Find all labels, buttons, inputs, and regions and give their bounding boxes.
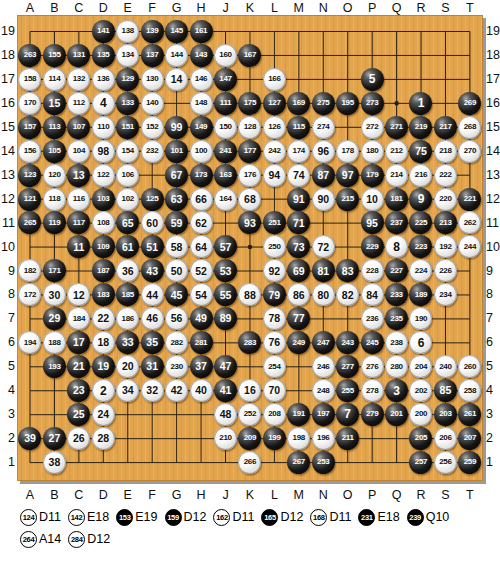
- white-stone-T14: 270: [458, 140, 481, 163]
- row-label-left-12: 12: [0, 192, 15, 207]
- white-stone-F16: 140: [141, 92, 164, 115]
- white-stone-Q14: 212: [385, 140, 408, 163]
- caption-move-168: 168: [310, 509, 327, 526]
- black-stone-J13: 163: [214, 164, 237, 187]
- black-stone-M7: 77: [287, 307, 310, 330]
- white-stone-Q10: 8: [385, 235, 408, 258]
- white-stone-P14: 180: [361, 140, 384, 163]
- white-stone-A9: 182: [18, 259, 41, 282]
- row-label-right-13: 13: [486, 168, 500, 183]
- col-label-top-R: R: [409, 1, 433, 15]
- black-stone-G15: 99: [165, 116, 188, 139]
- black-stone-C3: 25: [67, 403, 90, 426]
- white-stone-H16: 148: [190, 92, 213, 115]
- white-stone-E14: 154: [116, 140, 139, 163]
- white-stone-L17: 166: [263, 68, 286, 91]
- white-stone-H8: 54: [190, 283, 213, 306]
- black-stone-D19: 141: [92, 20, 115, 43]
- black-stone-F5: 31: [141, 355, 164, 378]
- white-stone-B1: 38: [43, 451, 66, 474]
- black-stone-T2: 207: [458, 427, 481, 450]
- white-stone-C16: 112: [67, 92, 90, 115]
- row-label-left-8: 8: [0, 287, 15, 302]
- white-stone-D17: 136: [92, 68, 115, 91]
- row-label-left-5: 5: [0, 359, 15, 374]
- black-stone-O12: 215: [336, 188, 359, 211]
- white-stone-H17: 146: [190, 68, 213, 91]
- black-stone-R8: 189: [409, 283, 432, 306]
- white-stone-D4: 2: [92, 379, 115, 402]
- white-stone-R4: 202: [409, 379, 432, 402]
- black-stone-M9: 69: [287, 259, 310, 282]
- col-label-top-P: P: [360, 1, 384, 15]
- black-stone-Q11: 237: [385, 211, 408, 234]
- white-stone-Q5: 280: [385, 355, 408, 378]
- white-stone-K12: 68: [238, 188, 261, 211]
- col-label-bottom-R: R: [409, 488, 433, 502]
- white-stone-G7: 56: [165, 307, 188, 330]
- black-stone-O2: 211: [336, 427, 359, 450]
- black-stone-A2: 39: [18, 427, 41, 450]
- row-label-left-9: 9: [0, 264, 15, 279]
- col-label-top-L: L: [262, 1, 286, 15]
- white-stone-N2: 196: [312, 427, 335, 450]
- white-stone-P7: 236: [361, 307, 384, 330]
- white-stone-D15: 110: [92, 116, 115, 139]
- col-label-top-D: D: [91, 1, 115, 15]
- row-label-left-14: 14: [0, 144, 15, 159]
- row-label-left-6: 6: [0, 335, 15, 350]
- white-stone-L15: 126: [263, 116, 286, 139]
- white-stone-Q6: 238: [385, 331, 408, 354]
- black-stone-S3: 203: [434, 403, 457, 426]
- white-stone-G4: 42: [165, 379, 188, 402]
- white-stone-D11: 108: [92, 211, 115, 234]
- black-stone-P3: 279: [361, 403, 384, 426]
- caption-point-165: D12: [280, 510, 303, 524]
- black-stone-B16: 15: [43, 92, 66, 115]
- row-label-right-12: 12: [486, 192, 500, 207]
- white-stone-G10: 58: [165, 235, 188, 258]
- white-stone-S14: 218: [434, 140, 457, 163]
- black-stone-M11: 71: [287, 211, 310, 234]
- black-stone-N3: 197: [312, 403, 335, 426]
- black-stone-B11: 119: [43, 211, 66, 234]
- black-stone-O13: 97: [336, 164, 359, 187]
- white-stone-K4: 16: [238, 379, 261, 402]
- white-stone-G18: 144: [165, 44, 188, 67]
- white-stone-S12: 220: [434, 188, 457, 211]
- white-stone-N4: 248: [312, 379, 335, 402]
- white-stone-K13: 176: [238, 164, 261, 187]
- row-label-right-11: 11: [486, 216, 500, 231]
- col-label-bottom-B: B: [42, 488, 66, 502]
- col-label-bottom-M: M: [287, 488, 311, 502]
- white-stone-F4: 32: [141, 379, 164, 402]
- black-stone-L8: 79: [263, 283, 286, 306]
- black-stone-R16: 1: [409, 92, 432, 115]
- col-label-bottom-L: L: [262, 488, 286, 502]
- black-stone-R15: 219: [409, 116, 432, 139]
- black-stone-J9: 53: [214, 259, 237, 282]
- black-stone-C10: 11: [67, 235, 90, 258]
- white-stone-D2: 28: [92, 427, 115, 450]
- white-stone-G9: 50: [165, 259, 188, 282]
- caption-move-264: 264: [20, 531, 37, 548]
- col-label-bottom-H: H: [189, 488, 213, 502]
- col-label-top-F: F: [140, 1, 164, 15]
- white-stone-S1: 256: [434, 451, 457, 474]
- black-stone-H7: 49: [190, 307, 213, 330]
- col-label-bottom-S: S: [433, 488, 457, 502]
- white-stone-C7: 184: [67, 307, 90, 330]
- caption-point-162: D11: [232, 510, 254, 524]
- caption-move-165: 165: [261, 509, 278, 526]
- white-stone-F7: 46: [141, 307, 164, 330]
- row-label-right-15: 15: [486, 120, 500, 135]
- black-stone-K11: 93: [238, 211, 261, 234]
- black-stone-B9: 171: [43, 259, 66, 282]
- white-stone-P9: 228: [361, 259, 384, 282]
- white-stone-H12: 66: [190, 188, 213, 211]
- row-label-left-3: 3: [0, 407, 15, 422]
- white-stone-G17: 14: [165, 68, 188, 91]
- col-label-bottom-N: N: [311, 488, 335, 502]
- row-label-left-4: 4: [0, 383, 15, 398]
- go-board: 1411381391451612631551311351341371441431…: [18, 20, 482, 475]
- white-stone-E5: 20: [116, 355, 139, 378]
- black-stone-Q8: 233: [385, 283, 408, 306]
- black-stone-M16: 169: [287, 92, 310, 115]
- black-stone-P16: 273: [361, 92, 384, 115]
- col-label-top-G: G: [165, 1, 189, 15]
- black-stone-C11: 117: [67, 211, 90, 234]
- white-stone-C14: 104: [67, 140, 90, 163]
- black-stone-H19: 161: [190, 20, 213, 43]
- caption-move-159: 159: [165, 509, 182, 526]
- white-stone-C2: 26: [67, 427, 90, 450]
- white-stone-M2: 198: [287, 427, 310, 450]
- black-stone-F18: 137: [141, 44, 164, 67]
- black-stone-C6: 17: [67, 331, 90, 354]
- row-label-left-10: 10: [0, 240, 15, 255]
- white-stone-T4: 258: [458, 379, 481, 402]
- col-label-bottom-K: K: [238, 488, 262, 502]
- black-stone-F19: 139: [141, 20, 164, 43]
- black-stone-H6: 281: [190, 331, 213, 354]
- black-stone-O9: 83: [336, 259, 359, 282]
- white-stone-S5: 240: [434, 355, 457, 378]
- white-stone-A6: 194: [18, 331, 41, 354]
- col-label-bottom-F: F: [140, 488, 164, 502]
- black-stone-G8: 45: [165, 283, 188, 306]
- white-stone-D7: 22: [92, 307, 115, 330]
- black-stone-B2: 27: [43, 427, 66, 450]
- black-stone-A11: 265: [18, 211, 41, 234]
- black-stone-T16: 269: [458, 92, 481, 115]
- black-stone-D18: 135: [92, 44, 115, 67]
- black-stone-B5: 193: [43, 355, 66, 378]
- white-stone-H10: 64: [190, 235, 213, 258]
- white-stone-A14: 156: [18, 140, 41, 163]
- white-stone-D16: 4: [92, 92, 115, 115]
- white-stone-T15: 268: [458, 116, 481, 139]
- white-stone-S2: 206: [434, 427, 457, 450]
- caption-move-124: 124: [20, 509, 37, 526]
- black-stone-S4: 85: [434, 379, 457, 402]
- caption-point-142: E18: [87, 510, 109, 524]
- caption-point-168: D11: [329, 510, 351, 524]
- white-stone-S9: 226: [434, 259, 457, 282]
- white-stone-L7: 78: [263, 307, 286, 330]
- white-stone-J2: 210: [214, 427, 237, 450]
- black-stone-F12: 125: [141, 188, 164, 211]
- row-label-right-19: 19: [486, 24, 500, 39]
- black-stone-R2: 205: [409, 427, 432, 450]
- caption-point-284: D12: [87, 532, 110, 546]
- black-stone-O6: 243: [336, 331, 359, 354]
- white-stone-F17: 130: [141, 68, 164, 91]
- white-stone-B6: 188: [43, 331, 66, 354]
- black-stone-J8: 55: [214, 283, 237, 306]
- col-label-bottom-D: D: [91, 488, 115, 502]
- black-stone-P11: 95: [361, 211, 384, 234]
- black-stone-P10: 229: [361, 235, 384, 258]
- row-label-left-11: 11: [0, 216, 15, 231]
- black-stone-H5: 37: [190, 355, 213, 378]
- white-stone-O8: 82: [336, 283, 359, 306]
- white-stone-P15: 272: [361, 116, 384, 139]
- black-stone-Q4: 3: [385, 379, 408, 402]
- white-stone-H14: 100: [190, 140, 213, 163]
- black-stone-N1: 253: [312, 451, 335, 474]
- go-kifu-diagram: 1411381391451612631551311351341371441431…: [0, 0, 500, 561]
- white-stone-E12: 102: [116, 188, 139, 211]
- black-stone-L2: 199: [263, 427, 286, 450]
- black-stone-Q9: 227: [385, 259, 408, 282]
- row-label-right-4: 4: [486, 383, 500, 398]
- black-stone-H15: 149: [190, 116, 213, 139]
- white-stone-B17: 114: [43, 68, 66, 91]
- black-stone-T12: 221: [458, 188, 481, 211]
- col-label-top-A: A: [18, 1, 42, 15]
- black-stone-D9: 187: [92, 259, 115, 282]
- white-stone-Q13: 214: [385, 164, 408, 187]
- row-label-right-14: 14: [486, 144, 500, 159]
- white-stone-P5: 276: [361, 355, 384, 378]
- row-label-left-17: 17: [0, 72, 15, 87]
- black-stone-O5: 277: [336, 355, 359, 378]
- row-label-left-1: 1: [0, 455, 15, 470]
- white-stone-R6: 6: [409, 331, 432, 354]
- black-stone-N13: 87: [312, 164, 335, 187]
- row-label-right-6: 6: [486, 335, 500, 350]
- black-stone-C13: 13: [67, 164, 90, 187]
- black-stone-R14: 75: [409, 140, 432, 163]
- white-stone-T11: 262: [458, 211, 481, 234]
- black-stone-F10: 51: [141, 235, 164, 258]
- white-stone-D3: 24: [92, 403, 115, 426]
- white-stone-B8: 30: [43, 283, 66, 306]
- white-stone-R13: 216: [409, 164, 432, 187]
- row-label-left-13: 13: [0, 168, 15, 183]
- black-stone-O4: 255: [336, 379, 359, 402]
- black-stone-C15: 107: [67, 116, 90, 139]
- black-stone-M6: 249: [287, 331, 310, 354]
- white-stone-J12: 164: [214, 188, 237, 211]
- white-stone-L10: 250: [263, 235, 286, 258]
- white-stone-L5: 254: [263, 355, 286, 378]
- black-stone-A12: 121: [18, 188, 41, 211]
- white-stone-J3: 48: [214, 403, 237, 426]
- col-label-bottom-A: A: [18, 488, 42, 502]
- col-label-top-M: M: [287, 1, 311, 15]
- black-stone-E17: 129: [116, 68, 139, 91]
- black-stone-M15: 115: [287, 116, 310, 139]
- caption-move-153: 153: [116, 509, 133, 526]
- white-stone-N14: 96: [312, 140, 335, 163]
- white-stone-M14: 174: [287, 140, 310, 163]
- white-stone-A16: 170: [18, 92, 41, 115]
- row-label-right-1: 1: [486, 455, 500, 470]
- caption-move-284: 284: [68, 531, 85, 548]
- white-stone-G6: 282: [165, 331, 188, 354]
- black-stone-C18: 131: [67, 44, 90, 67]
- white-stone-A17: 158: [18, 68, 41, 91]
- black-stone-R12: 9: [409, 188, 432, 211]
- black-stone-K14: 177: [238, 140, 261, 163]
- black-stone-R1: 257: [409, 451, 432, 474]
- col-label-top-N: N: [311, 1, 335, 15]
- white-stone-C12: 116: [67, 188, 90, 211]
- white-stone-H4: 40: [190, 379, 213, 402]
- white-stone-K8: 88: [238, 283, 261, 306]
- black-stone-R11: 225: [409, 211, 432, 234]
- black-stone-M10: 73: [287, 235, 310, 258]
- black-stone-R10: 223: [409, 235, 432, 258]
- black-stone-E15: 151: [116, 116, 139, 139]
- col-label-bottom-T: T: [458, 488, 482, 502]
- black-stone-G19: 145: [165, 20, 188, 43]
- col-label-top-E: E: [116, 1, 140, 15]
- white-stone-N10: 72: [312, 235, 335, 258]
- col-label-top-H: H: [189, 1, 213, 15]
- black-stone-J10: 57: [214, 235, 237, 258]
- white-stone-J18: 160: [214, 44, 237, 67]
- white-stone-C8: 12: [67, 283, 90, 306]
- black-stone-N16: 275: [312, 92, 335, 115]
- white-stone-R9: 224: [409, 259, 432, 282]
- black-stone-D8: 183: [92, 283, 115, 306]
- col-label-bottom-J: J: [214, 488, 238, 502]
- white-stone-F8: 44: [141, 283, 164, 306]
- black-stone-E10: 61: [116, 235, 139, 258]
- caption-point-124: D11: [39, 510, 61, 524]
- black-stone-K18: 167: [238, 44, 261, 67]
- white-stone-L4: 70: [263, 379, 286, 402]
- black-stone-J16: 111: [214, 92, 237, 115]
- white-stone-K15: 128: [238, 116, 261, 139]
- white-stone-S13: 222: [434, 164, 457, 187]
- black-stone-F9: 43: [141, 259, 164, 282]
- black-stone-J5: 47: [214, 355, 237, 378]
- caption-line-2: 264A14284D12: [20, 529, 117, 549]
- col-label-bottom-E: E: [116, 488, 140, 502]
- col-label-bottom-G: G: [165, 488, 189, 502]
- black-stone-G11: 59: [165, 211, 188, 234]
- black-stone-C4: 23: [67, 379, 90, 402]
- black-stone-B18: 155: [43, 44, 66, 67]
- col-label-top-B: B: [42, 1, 66, 15]
- white-stone-S8: 234: [434, 283, 457, 306]
- black-stone-E8: 185: [116, 283, 139, 306]
- white-stone-L14: 242: [263, 140, 286, 163]
- caption-point-264: A14: [39, 532, 61, 546]
- black-stone-C5: 21: [67, 355, 90, 378]
- white-stone-J15: 150: [214, 116, 237, 139]
- black-stone-B14: 105: [43, 140, 66, 163]
- white-stone-K1: 266: [238, 451, 261, 474]
- caption-point-153: E19: [135, 510, 157, 524]
- black-stone-P17: 5: [361, 68, 384, 91]
- black-stone-H13: 173: [190, 164, 213, 187]
- black-stone-S11: 213: [434, 211, 457, 234]
- black-stone-A15: 157: [18, 116, 41, 139]
- white-stone-L9: 92: [263, 259, 286, 282]
- black-stone-M3: 191: [287, 403, 310, 426]
- black-stone-T3: 261: [458, 403, 481, 426]
- row-label-left-19: 19: [0, 24, 15, 39]
- caption-line-1: 124D11142E18153E19159D12162D11165D12168D…: [20, 507, 456, 527]
- black-stone-K16: 175: [238, 92, 261, 115]
- row-label-right-2: 2: [486, 431, 500, 446]
- black-stone-M12: 91: [287, 188, 310, 211]
- black-stone-E6: 33: [116, 331, 139, 354]
- white-stone-A8: 172: [18, 283, 41, 306]
- col-label-bottom-Q: Q: [385, 488, 409, 502]
- white-stone-L13: 94: [263, 164, 286, 187]
- black-stone-G12: 63: [165, 188, 188, 211]
- black-stone-G13: 67: [165, 164, 188, 187]
- row-label-right-10: 10: [486, 240, 500, 255]
- white-stone-N8: 80: [312, 283, 335, 306]
- black-stone-B15: 113: [43, 116, 66, 139]
- col-label-bottom-O: O: [336, 488, 360, 502]
- black-stone-Q15: 271: [385, 116, 408, 139]
- col-label-top-Q: Q: [385, 1, 409, 15]
- white-stone-H9: 52: [190, 259, 213, 282]
- row-label-right-3: 3: [486, 407, 500, 422]
- black-stone-H18: 143: [190, 44, 213, 67]
- row-label-left-15: 15: [0, 120, 15, 135]
- black-stone-T1: 259: [458, 451, 481, 474]
- black-stone-P13: 179: [361, 164, 384, 187]
- row-label-right-8: 8: [486, 287, 500, 302]
- caption-point-239: Q10: [426, 510, 450, 524]
- black-stone-S15: 217: [434, 116, 457, 139]
- black-stone-J4: 41: [214, 379, 237, 402]
- white-stone-N5: 246: [312, 355, 335, 378]
- white-stone-P12: 10: [361, 188, 384, 211]
- black-stone-L16: 127: [263, 92, 286, 115]
- white-stone-N15: 274: [312, 116, 335, 139]
- white-stone-M13: 74: [287, 164, 310, 187]
- white-stone-B12: 118: [43, 188, 66, 211]
- white-stone-E13: 106: [116, 164, 139, 187]
- black-stone-O3: 7: [336, 403, 359, 426]
- white-stone-E19: 138: [116, 20, 139, 43]
- col-label-bottom-P: P: [360, 488, 384, 502]
